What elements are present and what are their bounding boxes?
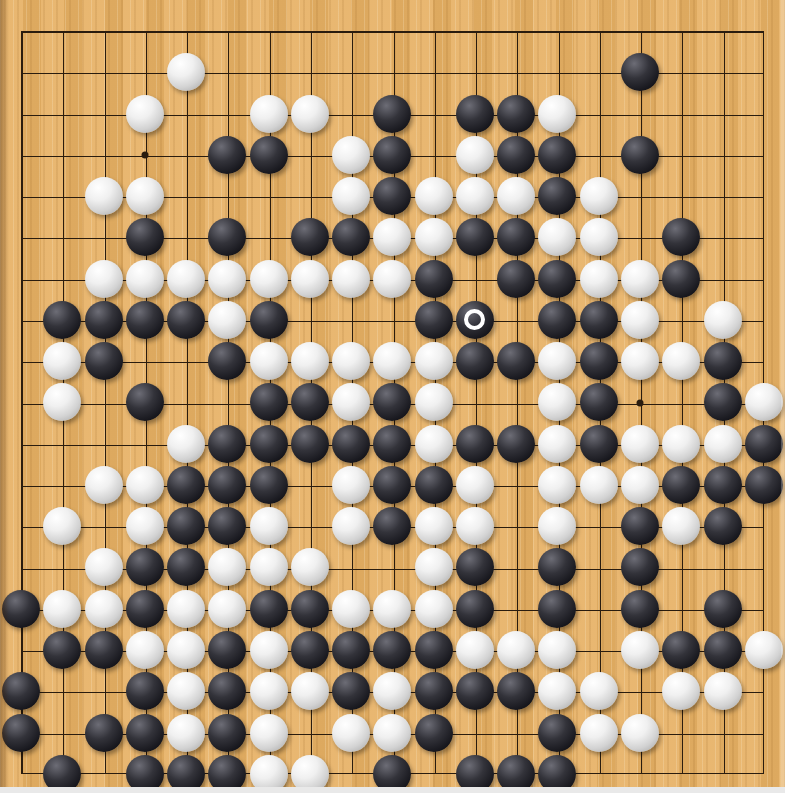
intersection-4-17[interactable] xyxy=(165,712,206,753)
intersection-4-13[interactable] xyxy=(165,547,206,588)
intersection-17-3[interactable] xyxy=(702,134,743,175)
intersection-11-13[interactable] xyxy=(454,547,495,588)
intersection-8-6[interactable] xyxy=(330,258,371,299)
intersection-12-7[interactable] xyxy=(496,299,537,340)
intersection-12-15[interactable] xyxy=(496,629,537,670)
intersection-9-15[interactable] xyxy=(372,629,413,670)
intersection-5-3[interactable] xyxy=(207,134,248,175)
intersection-4-12[interactable] xyxy=(165,506,206,547)
intersection-13-7[interactable] xyxy=(537,299,578,340)
intersection-15-0[interactable] xyxy=(619,10,660,51)
intersection-6-7[interactable] xyxy=(248,299,289,340)
intersection-4-2[interactable] xyxy=(165,93,206,134)
intersection-1-6[interactable] xyxy=(42,258,83,299)
intersection-12-5[interactable] xyxy=(496,217,537,258)
intersection-9-1[interactable] xyxy=(372,52,413,93)
intersection-18-8[interactable] xyxy=(743,340,784,381)
intersection-1-13[interactable] xyxy=(42,547,83,588)
intersection-15-1[interactable] xyxy=(619,52,660,93)
intersection-15-14[interactable] xyxy=(619,588,660,629)
intersection-10-2[interactable] xyxy=(413,93,454,134)
intersection-3-4[interactable] xyxy=(124,175,165,216)
intersection-7-5[interactable] xyxy=(289,217,330,258)
intersection-16-5[interactable] xyxy=(661,217,702,258)
intersection-15-16[interactable] xyxy=(619,671,660,712)
intersection-16-12[interactable] xyxy=(661,506,702,547)
intersection-7-15[interactable] xyxy=(289,629,330,670)
intersection-9-12[interactable] xyxy=(372,506,413,547)
intersection-1-8[interactable] xyxy=(42,340,83,381)
intersection-1-14[interactable] xyxy=(42,588,83,629)
intersection-13-0[interactable] xyxy=(537,10,578,51)
intersection-14-0[interactable] xyxy=(578,10,619,51)
intersection-9-6[interactable] xyxy=(372,258,413,299)
intersection-16-17[interactable] xyxy=(661,712,702,753)
intersection-5-13[interactable] xyxy=(207,547,248,588)
intersection-6-6[interactable] xyxy=(248,258,289,299)
intersection-15-6[interactable] xyxy=(619,258,660,299)
intersection-1-5[interactable] xyxy=(42,217,83,258)
intersection-4-4[interactable] xyxy=(165,175,206,216)
intersection-11-6[interactable] xyxy=(454,258,495,299)
intersection-7-16[interactable] xyxy=(289,671,330,712)
intersection-16-3[interactable] xyxy=(661,134,702,175)
intersection-16-9[interactable] xyxy=(661,382,702,423)
intersection-6-13[interactable] xyxy=(248,547,289,588)
intersection-5-12[interactable] xyxy=(207,506,248,547)
intersection-9-3[interactable] xyxy=(372,134,413,175)
intersection-7-12[interactable] xyxy=(289,506,330,547)
intersection-11-2[interactable] xyxy=(454,93,495,134)
intersection-11-9[interactable] xyxy=(454,382,495,423)
intersection-5-6[interactable] xyxy=(207,258,248,299)
intersection-15-9[interactable] xyxy=(619,382,660,423)
intersection-10-12[interactable] xyxy=(413,506,454,547)
intersection-13-5[interactable] xyxy=(537,217,578,258)
intersection-10-17[interactable] xyxy=(413,712,454,753)
intersection-15-2[interactable] xyxy=(619,93,660,134)
intersection-14-12[interactable] xyxy=(578,506,619,547)
intersection-16-8[interactable] xyxy=(661,340,702,381)
intersection-9-14[interactable] xyxy=(372,588,413,629)
intersection-6-14[interactable] xyxy=(248,588,289,629)
intersection-13-6[interactable] xyxy=(537,258,578,299)
intersection-6-8[interactable] xyxy=(248,340,289,381)
intersection-9-16[interactable] xyxy=(372,671,413,712)
intersection-11-10[interactable] xyxy=(454,423,495,464)
intersection-10-11[interactable] xyxy=(413,464,454,505)
intersection-17-2[interactable] xyxy=(702,93,743,134)
intersection-10-14[interactable] xyxy=(413,588,454,629)
intersection-15-12[interactable] xyxy=(619,506,660,547)
intersection-3-5[interactable] xyxy=(124,217,165,258)
intersection-15-10[interactable] xyxy=(619,423,660,464)
intersection-4-11[interactable] xyxy=(165,464,206,505)
intersection-12-14[interactable] xyxy=(496,588,537,629)
intersection-5-2[interactable] xyxy=(207,93,248,134)
intersection-10-10[interactable] xyxy=(413,423,454,464)
intersection-5-1[interactable] xyxy=(207,52,248,93)
intersection-5-10[interactable] xyxy=(207,423,248,464)
intersection-17-7[interactable] xyxy=(702,299,743,340)
intersection-17-9[interactable] xyxy=(702,382,743,423)
intersection-7-3[interactable] xyxy=(289,134,330,175)
intersection-18-15[interactable] xyxy=(743,629,784,670)
intersection-17-6[interactable] xyxy=(702,258,743,299)
intersection-14-11[interactable] xyxy=(578,464,619,505)
intersection-12-4[interactable] xyxy=(496,175,537,216)
intersection-5-14[interactable] xyxy=(207,588,248,629)
intersection-8-8[interactable] xyxy=(330,340,371,381)
intersection-14-16[interactable] xyxy=(578,671,619,712)
intersection-2-10[interactable] xyxy=(83,423,124,464)
intersection-1-11[interactable] xyxy=(42,464,83,505)
intersection-2-11[interactable] xyxy=(83,464,124,505)
intersection-4-6[interactable] xyxy=(165,258,206,299)
intersection-14-4[interactable] xyxy=(578,175,619,216)
intersection-8-11[interactable] xyxy=(330,464,371,505)
intersection-10-16[interactable] xyxy=(413,671,454,712)
intersection-1-7[interactable] xyxy=(42,299,83,340)
intersection-2-3[interactable] xyxy=(83,134,124,175)
intersection-14-6[interactable] xyxy=(578,258,619,299)
intersection-3-11[interactable] xyxy=(124,464,165,505)
intersection-10-0[interactable] xyxy=(413,10,454,51)
intersection-14-7[interactable] xyxy=(578,299,619,340)
intersection-7-2[interactable] xyxy=(289,93,330,134)
intersection-7-13[interactable] xyxy=(289,547,330,588)
intersection-17-11[interactable] xyxy=(702,464,743,505)
intersection-12-2[interactable] xyxy=(496,93,537,134)
intersection-10-8[interactable] xyxy=(413,340,454,381)
intersection-6-17[interactable] xyxy=(248,712,289,753)
intersection-16-7[interactable] xyxy=(661,299,702,340)
intersection-5-4[interactable] xyxy=(207,175,248,216)
intersection-14-10[interactable] xyxy=(578,423,619,464)
intersection-11-7[interactable] xyxy=(454,299,495,340)
intersection-7-1[interactable] xyxy=(289,52,330,93)
intersection-8-7[interactable] xyxy=(330,299,371,340)
intersection-13-17[interactable] xyxy=(537,712,578,753)
intersection-11-17[interactable] xyxy=(454,712,495,753)
intersection-3-0[interactable] xyxy=(124,10,165,51)
intersection-6-4[interactable] xyxy=(248,175,289,216)
intersection-16-4[interactable] xyxy=(661,175,702,216)
intersection-8-15[interactable] xyxy=(330,629,371,670)
intersection-4-8[interactable] xyxy=(165,340,206,381)
intersection-10-6[interactable] xyxy=(413,258,454,299)
intersection-12-11[interactable] xyxy=(496,464,537,505)
intersection-11-3[interactable] xyxy=(454,134,495,175)
intersection-18-12[interactable] xyxy=(743,506,784,547)
intersection-16-0[interactable] xyxy=(661,10,702,51)
intersection-12-17[interactable] xyxy=(496,712,537,753)
intersection-11-16[interactable] xyxy=(454,671,495,712)
intersection-12-10[interactable] xyxy=(496,423,537,464)
intersection-7-6[interactable] xyxy=(289,258,330,299)
intersection-8-3[interactable] xyxy=(330,134,371,175)
intersection-18-17[interactable] xyxy=(743,712,784,753)
intersection-16-11[interactable] xyxy=(661,464,702,505)
intersection-9-4[interactable] xyxy=(372,175,413,216)
intersection-5-17[interactable] xyxy=(207,712,248,753)
intersection-9-17[interactable] xyxy=(372,712,413,753)
intersection-14-9[interactable] xyxy=(578,382,619,423)
intersection-17-8[interactable] xyxy=(702,340,743,381)
intersection-3-2[interactable] xyxy=(124,93,165,134)
intersection-16-1[interactable] xyxy=(661,52,702,93)
intersection-13-2[interactable] xyxy=(537,93,578,134)
intersection-3-14[interactable] xyxy=(124,588,165,629)
intersection-15-17[interactable] xyxy=(619,712,660,753)
intersection-12-8[interactable] xyxy=(496,340,537,381)
intersection-17-0[interactable] xyxy=(702,10,743,51)
intersection-4-15[interactable] xyxy=(165,629,206,670)
intersection-6-2[interactable] xyxy=(248,93,289,134)
intersection-8-12[interactable] xyxy=(330,506,371,547)
intersection-17-13[interactable] xyxy=(702,547,743,588)
intersection-4-14[interactable] xyxy=(165,588,206,629)
intersection-16-13[interactable] xyxy=(661,547,702,588)
intersection-15-3[interactable] xyxy=(619,134,660,175)
intersection-12-9[interactable] xyxy=(496,382,537,423)
intersection-3-13[interactable] xyxy=(124,547,165,588)
intersection-8-17[interactable] xyxy=(330,712,371,753)
intersection-11-15[interactable] xyxy=(454,629,495,670)
intersection-8-5[interactable] xyxy=(330,217,371,258)
intersection-3-8[interactable] xyxy=(124,340,165,381)
intersection-9-13[interactable] xyxy=(372,547,413,588)
intersection-11-12[interactable] xyxy=(454,506,495,547)
intersection-10-3[interactable] xyxy=(413,134,454,175)
intersection-4-10[interactable] xyxy=(165,423,206,464)
intersection-5-8[interactable] xyxy=(207,340,248,381)
intersection-9-0[interactable] xyxy=(372,10,413,51)
intersection-3-16[interactable] xyxy=(124,671,165,712)
intersection-6-0[interactable] xyxy=(248,10,289,51)
intersection-18-10[interactable] xyxy=(743,423,784,464)
intersection-3-9[interactable] xyxy=(124,382,165,423)
intersection-8-10[interactable] xyxy=(330,423,371,464)
intersection-12-1[interactable] xyxy=(496,52,537,93)
intersection-3-6[interactable] xyxy=(124,258,165,299)
intersection-3-15[interactable] xyxy=(124,629,165,670)
intersection-13-4[interactable] xyxy=(537,175,578,216)
intersection-5-7[interactable] xyxy=(207,299,248,340)
intersection-18-9[interactable] xyxy=(743,382,784,423)
intersection-2-14[interactable] xyxy=(83,588,124,629)
intersection-14-1[interactable] xyxy=(578,52,619,93)
intersection-12-6[interactable] xyxy=(496,258,537,299)
intersection-13-1[interactable] xyxy=(537,52,578,93)
intersection-9-5[interactable] xyxy=(372,217,413,258)
intersection-13-8[interactable] xyxy=(537,340,578,381)
intersection-16-10[interactable] xyxy=(661,423,702,464)
intersection-12-3[interactable] xyxy=(496,134,537,175)
intersection-18-6[interactable] xyxy=(743,258,784,299)
intersection-17-14[interactable] xyxy=(702,588,743,629)
intersection-5-11[interactable] xyxy=(207,464,248,505)
intersection-9-2[interactable] xyxy=(372,93,413,134)
intersection-7-8[interactable] xyxy=(289,340,330,381)
intersection-1-15[interactable] xyxy=(42,629,83,670)
intersection-7-10[interactable] xyxy=(289,423,330,464)
intersection-14-3[interactable] xyxy=(578,134,619,175)
intersection-10-1[interactable] xyxy=(413,52,454,93)
intersection-15-15[interactable] xyxy=(619,629,660,670)
intersection-17-5[interactable] xyxy=(702,217,743,258)
intersection-2-13[interactable] xyxy=(83,547,124,588)
intersection-14-2[interactable] xyxy=(578,93,619,134)
intersection-16-16[interactable] xyxy=(661,671,702,712)
intersection-5-5[interactable] xyxy=(207,217,248,258)
intersection-2-17[interactable] xyxy=(83,712,124,753)
intersection-9-9[interactable] xyxy=(372,382,413,423)
intersection-16-15[interactable] xyxy=(661,629,702,670)
intersection-7-11[interactable] xyxy=(289,464,330,505)
intersection-6-3[interactable] xyxy=(248,134,289,175)
intersection-9-11[interactable] xyxy=(372,464,413,505)
intersection-2-7[interactable] xyxy=(83,299,124,340)
intersection-4-5[interactable] xyxy=(165,217,206,258)
intersection-2-12[interactable] xyxy=(83,506,124,547)
intersection-18-7[interactable] xyxy=(743,299,784,340)
intersection-8-14[interactable] xyxy=(330,588,371,629)
intersection-10-7[interactable] xyxy=(413,299,454,340)
intersection-4-9[interactable] xyxy=(165,382,206,423)
intersection-17-4[interactable] xyxy=(702,175,743,216)
intersection-2-15[interactable] xyxy=(83,629,124,670)
intersection-13-9[interactable] xyxy=(537,382,578,423)
intersection-16-6[interactable] xyxy=(661,258,702,299)
intersection-5-15[interactable] xyxy=(207,629,248,670)
intersection-14-14[interactable] xyxy=(578,588,619,629)
intersection-11-11[interactable] xyxy=(454,464,495,505)
intersection-12-12[interactable] xyxy=(496,506,537,547)
intersection-10-4[interactable] xyxy=(413,175,454,216)
intersection-17-10[interactable] xyxy=(702,423,743,464)
intersection-1-9[interactable] xyxy=(42,382,83,423)
intersection-4-0[interactable] xyxy=(165,10,206,51)
intersection-18-0[interactable] xyxy=(743,10,784,51)
intersection-6-12[interactable] xyxy=(248,506,289,547)
intersection-11-14[interactable] xyxy=(454,588,495,629)
intersection-13-15[interactable] xyxy=(537,629,578,670)
intersection-18-4[interactable] xyxy=(743,175,784,216)
intersection-8-1[interactable] xyxy=(330,52,371,93)
intersection-2-1[interactable] xyxy=(83,52,124,93)
intersection-8-16[interactable] xyxy=(330,671,371,712)
intersection-2-2[interactable] xyxy=(83,93,124,134)
intersection-2-4[interactable] xyxy=(83,175,124,216)
intersection-4-3[interactable] xyxy=(165,134,206,175)
intersection-8-13[interactable] xyxy=(330,547,371,588)
intersection-1-2[interactable] xyxy=(42,93,83,134)
intersection-11-8[interactable] xyxy=(454,340,495,381)
intersection-7-17[interactable] xyxy=(289,712,330,753)
intersection-15-13[interactable] xyxy=(619,547,660,588)
intersection-11-0[interactable] xyxy=(454,10,495,51)
intersection-6-10[interactable] xyxy=(248,423,289,464)
intersection-10-15[interactable] xyxy=(413,629,454,670)
intersection-9-10[interactable] xyxy=(372,423,413,464)
intersection-2-0[interactable] xyxy=(83,10,124,51)
intersection-1-3[interactable] xyxy=(42,134,83,175)
intersection-7-4[interactable] xyxy=(289,175,330,216)
intersection-18-1[interactable] xyxy=(743,52,784,93)
intersection-13-16[interactable] xyxy=(537,671,578,712)
intersection-12-13[interactable] xyxy=(496,547,537,588)
intersection-5-9[interactable] xyxy=(207,382,248,423)
intersection-14-13[interactable] xyxy=(578,547,619,588)
intersection-4-16[interactable] xyxy=(165,671,206,712)
intersection-1-10[interactable] xyxy=(42,423,83,464)
intersection-1-12[interactable] xyxy=(42,506,83,547)
intersection-4-7[interactable] xyxy=(165,299,206,340)
intersection-8-0[interactable] xyxy=(330,10,371,51)
intersection-6-16[interactable] xyxy=(248,671,289,712)
intersection-6-9[interactable] xyxy=(248,382,289,423)
intersection-2-9[interactable] xyxy=(83,382,124,423)
intersection-14-17[interactable] xyxy=(578,712,619,753)
intersection-16-14[interactable] xyxy=(661,588,702,629)
intersection-15-5[interactable] xyxy=(619,217,660,258)
intersection-9-8[interactable] xyxy=(372,340,413,381)
intersection-6-5[interactable] xyxy=(248,217,289,258)
intersection-13-10[interactable] xyxy=(537,423,578,464)
intersection-7-9[interactable] xyxy=(289,382,330,423)
intersection-14-15[interactable] xyxy=(578,629,619,670)
intersection-15-8[interactable] xyxy=(619,340,660,381)
intersection-8-4[interactable] xyxy=(330,175,371,216)
intersection-13-12[interactable] xyxy=(537,506,578,547)
intersection-11-5[interactable] xyxy=(454,217,495,258)
intersection-7-7[interactable] xyxy=(289,299,330,340)
intersection-2-16[interactable] xyxy=(83,671,124,712)
intersection-6-11[interactable] xyxy=(248,464,289,505)
intersection-2-8[interactable] xyxy=(83,340,124,381)
intersection-1-4[interactable] xyxy=(42,175,83,216)
intersection-11-4[interactable] xyxy=(454,175,495,216)
intersection-8-9[interactable] xyxy=(330,382,371,423)
intersection-10-13[interactable] xyxy=(413,547,454,588)
intersection-2-6[interactable] xyxy=(83,258,124,299)
intersection-17-12[interactable] xyxy=(702,506,743,547)
intersection-10-5[interactable] xyxy=(413,217,454,258)
intersection-10-9[interactable] xyxy=(413,382,454,423)
intersection-12-0[interactable] xyxy=(496,10,537,51)
intersection-2-5[interactable] xyxy=(83,217,124,258)
intersection-13-13[interactable] xyxy=(537,547,578,588)
intersection-1-0[interactable] xyxy=(42,10,83,51)
intersection-3-17[interactable] xyxy=(124,712,165,753)
intersection-18-14[interactable] xyxy=(743,588,784,629)
intersection-18-3[interactable] xyxy=(743,134,784,175)
intersection-16-2[interactable] xyxy=(661,93,702,134)
intersection-17-1[interactable] xyxy=(702,52,743,93)
intersection-5-16[interactable] xyxy=(207,671,248,712)
intersection-18-16[interactable] xyxy=(743,671,784,712)
intersection-11-1[interactable] xyxy=(454,52,495,93)
intersection-18-11[interactable] xyxy=(743,464,784,505)
intersection-1-16[interactable] xyxy=(42,671,83,712)
intersection-5-0[interactable] xyxy=(207,10,248,51)
intersection-18-13[interactable] xyxy=(743,547,784,588)
intersection-3-7[interactable] xyxy=(124,299,165,340)
intersection-7-14[interactable] xyxy=(289,588,330,629)
intersection-8-2[interactable] xyxy=(330,93,371,134)
intersection-13-14[interactable] xyxy=(537,588,578,629)
